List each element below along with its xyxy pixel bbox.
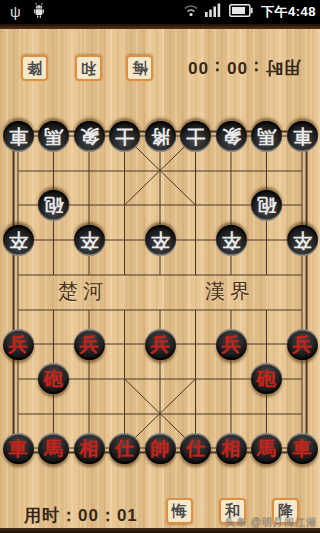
piece-red-horse-right[interactable]: 馬 bbox=[251, 433, 282, 464]
piece-black-elephant-right[interactable]: 象 bbox=[216, 121, 247, 152]
piece-black-chariot-left[interactable]: 車 bbox=[3, 121, 34, 152]
piece-red-advisor-left[interactable]: 仕 bbox=[109, 433, 140, 464]
piece-red-soldier-3[interactable]: 兵 bbox=[145, 329, 176, 360]
piece-red-soldier-1[interactable]: 兵 bbox=[3, 329, 34, 360]
piece-red-soldier-5[interactable]: 兵 bbox=[287, 329, 318, 360]
piece-red-elephant-left[interactable]: 相 bbox=[74, 433, 105, 464]
piece-black-advisor-left[interactable]: 士 bbox=[109, 121, 140, 152]
piece-red-soldier-2[interactable]: 兵 bbox=[74, 329, 105, 360]
river-label-chu: 楚河 bbox=[58, 278, 108, 305]
watermark-text: 头条 @明月闯江湖 bbox=[225, 515, 317, 529]
piece-black-horse-left[interactable]: 馬 bbox=[38, 121, 69, 152]
piece-black-elephant-left[interactable]: 象 bbox=[74, 121, 105, 152]
piece-red-general[interactable]: 帥 bbox=[145, 433, 176, 464]
player-undo-button[interactable]: 悔 bbox=[166, 498, 193, 524]
piece-black-soldier-1[interactable]: 卒 bbox=[3, 225, 34, 256]
piece-red-chariot-left[interactable]: 車 bbox=[3, 433, 34, 464]
xiangqi-board[interactable]: 楚河 漢界 車馬象士將士象馬車砲砲卒卒卒卒卒兵兵兵兵兵砲砲車馬相仕帥仕相馬車 bbox=[0, 0, 320, 533]
piece-black-soldier-4[interactable]: 卒 bbox=[216, 225, 247, 256]
piece-black-cannon-left[interactable]: 砲 bbox=[38, 190, 69, 221]
piece-red-horse-left[interactable]: 馬 bbox=[38, 433, 69, 464]
piece-black-chariot-right[interactable]: 車 bbox=[287, 121, 318, 152]
piece-black-general[interactable]: 將 bbox=[145, 121, 176, 152]
piece-black-soldier-5[interactable]: 卒 bbox=[287, 225, 318, 256]
piece-black-soldier-2[interactable]: 卒 bbox=[74, 225, 105, 256]
piece-black-soldier-3[interactable]: 卒 bbox=[145, 225, 176, 256]
bottom-edge-shadow bbox=[0, 528, 320, 533]
piece-black-horse-right[interactable]: 馬 bbox=[251, 121, 282, 152]
app-screen: ψ bbox=[0, 0, 320, 533]
piece-red-advisor-right[interactable]: 仕 bbox=[180, 433, 211, 464]
piece-red-elephant-right[interactable]: 相 bbox=[216, 433, 247, 464]
piece-black-advisor-right[interactable]: 士 bbox=[180, 121, 211, 152]
river-label-han: 漢界 bbox=[205, 278, 255, 305]
piece-red-soldier-4[interactable]: 兵 bbox=[216, 329, 247, 360]
player-timer: 用时：00：01 bbox=[24, 504, 138, 527]
piece-black-cannon-right[interactable]: 砲 bbox=[251, 190, 282, 221]
piece-red-chariot-right[interactable]: 車 bbox=[287, 433, 318, 464]
